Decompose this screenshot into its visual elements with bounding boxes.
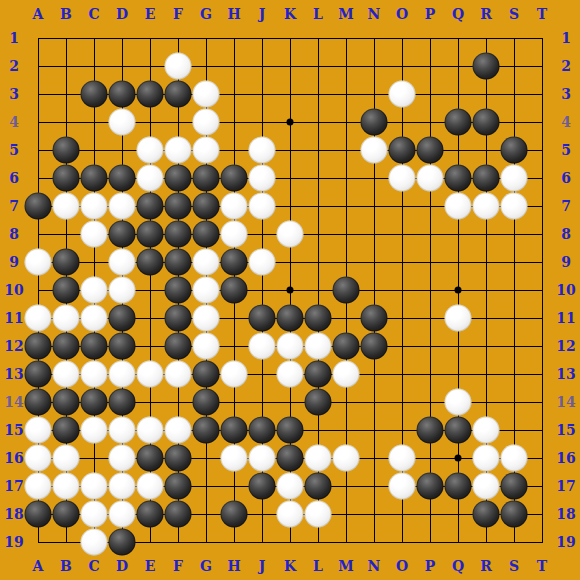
stone-white-F5[interactable] xyxy=(165,137,192,164)
col-label-top-D: D xyxy=(116,7,128,21)
stone-white-A16[interactable] xyxy=(25,445,52,472)
row-label-left-7: 7 xyxy=(9,199,19,213)
stone-white-H16[interactable] xyxy=(221,445,248,472)
stone-white-M13[interactable] xyxy=(333,361,360,388)
col-label-top-F: F xyxy=(173,7,183,21)
stone-black-Q4[interactable] xyxy=(445,109,472,136)
stone-black-A18[interactable] xyxy=(25,501,52,528)
stone-black-E7[interactable] xyxy=(137,193,164,220)
grid-vline-P xyxy=(430,38,431,543)
stone-white-D17[interactable] xyxy=(109,473,136,500)
stone-black-M10[interactable] xyxy=(333,277,360,304)
col-label-top-T: T xyxy=(537,7,547,21)
stone-black-R2[interactable] xyxy=(473,53,500,80)
stone-white-L16[interactable] xyxy=(305,445,332,472)
row-label-left-8: 8 xyxy=(9,227,19,241)
row-label-right-5: 5 xyxy=(561,143,571,157)
row-label-left-16: 16 xyxy=(4,451,23,465)
col-label-bottom-F: F xyxy=(173,559,183,573)
col-label-bottom-D: D xyxy=(116,559,128,573)
col-label-bottom-O: O xyxy=(396,559,408,573)
stone-white-K17[interactable] xyxy=(277,473,304,500)
stone-black-R6[interactable] xyxy=(473,165,500,192)
col-label-bottom-M: M xyxy=(338,559,354,573)
stone-white-A11[interactable] xyxy=(25,305,52,332)
stone-black-F16[interactable] xyxy=(165,445,192,472)
stone-white-R17[interactable] xyxy=(473,473,500,500)
stone-black-E16[interactable] xyxy=(137,445,164,472)
stone-white-C11[interactable] xyxy=(81,305,108,332)
row-label-right-8: 8 xyxy=(561,227,571,241)
stone-black-C14[interactable] xyxy=(81,389,108,416)
stone-white-D10[interactable] xyxy=(109,277,136,304)
stone-black-L11[interactable] xyxy=(305,305,332,332)
stone-white-B11[interactable] xyxy=(53,305,80,332)
col-label-top-A: A xyxy=(33,7,44,21)
col-label-top-G: G xyxy=(200,7,212,21)
stone-black-B5[interactable] xyxy=(53,137,80,164)
stone-white-D15[interactable] xyxy=(109,417,136,444)
stone-black-F12[interactable] xyxy=(165,333,192,360)
stone-white-B17[interactable] xyxy=(53,473,80,500)
stone-black-F17[interactable] xyxy=(165,473,192,500)
row-label-left-18: 18 xyxy=(4,507,23,521)
stone-black-B6[interactable] xyxy=(53,165,80,192)
stone-white-G11[interactable] xyxy=(193,305,220,332)
stone-white-B16[interactable] xyxy=(53,445,80,472)
stone-white-D7[interactable] xyxy=(109,193,136,220)
row-label-right-6: 6 xyxy=(561,171,571,185)
stone-black-G15[interactable] xyxy=(193,417,220,444)
stone-white-C13[interactable] xyxy=(81,361,108,388)
stone-white-C7[interactable] xyxy=(81,193,108,220)
star-point-Q16 xyxy=(455,455,462,462)
stone-black-G14[interactable] xyxy=(193,389,220,416)
stone-black-R4[interactable] xyxy=(473,109,500,136)
stone-black-E18[interactable] xyxy=(137,501,164,528)
col-label-bottom-Q: Q xyxy=(452,559,464,573)
stone-white-G3[interactable] xyxy=(193,81,220,108)
stone-white-P6[interactable] xyxy=(417,165,444,192)
stone-white-C19[interactable] xyxy=(81,529,108,556)
stone-black-N4[interactable] xyxy=(361,109,388,136)
row-label-right-12: 12 xyxy=(556,339,575,353)
stone-white-H7[interactable] xyxy=(221,193,248,220)
stone-black-G8[interactable] xyxy=(193,221,220,248)
col-label-bottom-L: L xyxy=(313,559,323,573)
stone-black-E9[interactable] xyxy=(137,249,164,276)
stone-black-R18[interactable] xyxy=(473,501,500,528)
star-point-Q10 xyxy=(455,287,462,294)
row-label-left-19: 19 xyxy=(4,535,23,549)
stone-white-N5[interactable] xyxy=(361,137,388,164)
stone-white-Q11[interactable] xyxy=(445,305,472,332)
col-label-top-Q: Q xyxy=(452,7,464,21)
col-label-bottom-T: T xyxy=(537,559,547,573)
stone-white-J7[interactable] xyxy=(249,193,276,220)
stone-black-S5[interactable] xyxy=(501,137,528,164)
stone-white-E15[interactable] xyxy=(137,417,164,444)
stone-black-F9[interactable] xyxy=(165,249,192,276)
stone-white-B13[interactable] xyxy=(53,361,80,388)
stone-black-H9[interactable] xyxy=(221,249,248,276)
col-label-top-B: B xyxy=(60,7,72,21)
stone-white-E6[interactable] xyxy=(137,165,164,192)
stone-white-G12[interactable] xyxy=(193,333,220,360)
col-label-bottom-S: S xyxy=(509,559,519,573)
stone-black-F6[interactable] xyxy=(165,165,192,192)
row-label-left-9: 9 xyxy=(9,255,19,269)
stone-black-K11[interactable] xyxy=(277,305,304,332)
stone-white-C10[interactable] xyxy=(81,277,108,304)
stone-black-P17[interactable] xyxy=(417,473,444,500)
stone-white-J5[interactable] xyxy=(249,137,276,164)
stone-black-G13[interactable] xyxy=(193,361,220,388)
stone-white-C15[interactable] xyxy=(81,417,108,444)
stone-black-L13[interactable] xyxy=(305,361,332,388)
stone-black-B9[interactable] xyxy=(53,249,80,276)
row-label-right-18: 18 xyxy=(556,507,575,521)
stone-black-S17[interactable] xyxy=(501,473,528,500)
stone-black-B18[interactable] xyxy=(53,501,80,528)
stone-white-B7[interactable] xyxy=(53,193,80,220)
stone-white-A9[interactable] xyxy=(25,249,52,276)
stone-white-J12[interactable] xyxy=(249,333,276,360)
stone-black-E8[interactable] xyxy=(137,221,164,248)
row-label-left-11: 11 xyxy=(4,311,23,325)
col-label-top-J: J xyxy=(259,7,266,21)
col-label-top-E: E xyxy=(145,7,156,21)
stone-white-R15[interactable] xyxy=(473,417,500,444)
row-label-left-15: 15 xyxy=(4,423,23,437)
row-label-left-5: 5 xyxy=(9,143,19,157)
row-label-right-1: 1 xyxy=(561,31,571,45)
col-label-bottom-B: B xyxy=(60,559,72,573)
stone-white-L12[interactable] xyxy=(305,333,332,360)
stone-black-O5[interactable] xyxy=(389,137,416,164)
stone-white-A15[interactable] xyxy=(25,417,52,444)
stone-white-D4[interactable] xyxy=(109,109,136,136)
stone-black-D6[interactable] xyxy=(109,165,136,192)
stone-black-L17[interactable] xyxy=(305,473,332,500)
col-label-top-R: R xyxy=(480,7,492,21)
star-point-K10 xyxy=(287,287,294,294)
col-label-bottom-R: R xyxy=(480,559,492,573)
stone-black-B14[interactable] xyxy=(53,389,80,416)
stone-black-D14[interactable] xyxy=(109,389,136,416)
col-label-bottom-K: K xyxy=(284,559,296,573)
stone-white-J9[interactable] xyxy=(249,249,276,276)
stone-black-C6[interactable] xyxy=(81,165,108,192)
col-label-top-S: S xyxy=(509,7,519,21)
stone-black-H6[interactable] xyxy=(221,165,248,192)
row-label-left-2: 2 xyxy=(9,59,19,73)
row-label-left-12: 12 xyxy=(4,339,23,353)
star-point-K4 xyxy=(287,119,294,126)
stone-white-S7[interactable] xyxy=(501,193,528,220)
col-label-top-O: O xyxy=(396,7,408,21)
stone-white-A17[interactable] xyxy=(25,473,52,500)
stone-black-G6[interactable] xyxy=(193,165,220,192)
row-label-right-16: 16 xyxy=(556,451,575,465)
stone-white-K13[interactable] xyxy=(277,361,304,388)
row-label-left-4: 4 xyxy=(9,115,19,129)
stone-white-D13[interactable] xyxy=(109,361,136,388)
row-label-right-15: 15 xyxy=(556,423,575,437)
stone-white-E13[interactable] xyxy=(137,361,164,388)
stone-white-F13[interactable] xyxy=(165,361,192,388)
stone-black-Q6[interactable] xyxy=(445,165,472,192)
col-label-bottom-H: H xyxy=(227,559,240,573)
stone-black-C12[interactable] xyxy=(81,333,108,360)
stone-black-D11[interactable] xyxy=(109,305,136,332)
stone-white-O6[interactable] xyxy=(389,165,416,192)
stone-white-E5[interactable] xyxy=(137,137,164,164)
stone-black-H10[interactable] xyxy=(221,277,248,304)
stone-white-E17[interactable] xyxy=(137,473,164,500)
col-label-bottom-A: A xyxy=(33,559,44,573)
stone-white-S6[interactable] xyxy=(501,165,528,192)
col-label-top-C: C xyxy=(88,7,99,21)
col-label-bottom-P: P xyxy=(425,559,436,573)
stone-white-L18[interactable] xyxy=(305,501,332,528)
stone-black-B15[interactable] xyxy=(53,417,80,444)
stone-black-N11[interactable] xyxy=(361,305,388,332)
row-label-right-9: 9 xyxy=(561,255,571,269)
row-label-right-14: 14 xyxy=(556,395,575,409)
stone-white-R16[interactable] xyxy=(473,445,500,472)
stone-black-G7[interactable] xyxy=(193,193,220,220)
stone-white-Q7[interactable] xyxy=(445,193,472,220)
stone-black-F8[interactable] xyxy=(165,221,192,248)
stone-black-N12[interactable] xyxy=(361,333,388,360)
go-board[interactable]: AA11BB22CC33DD44EE55FF66GG77HH88JJ99KK10… xyxy=(0,0,580,580)
row-label-right-7: 7 xyxy=(561,199,571,213)
stone-white-K12[interactable] xyxy=(277,333,304,360)
row-label-left-1: 1 xyxy=(9,31,19,45)
row-label-right-11: 11 xyxy=(556,311,575,325)
stone-white-F15[interactable] xyxy=(165,417,192,444)
row-label-right-10: 10 xyxy=(556,283,575,297)
stone-black-F18[interactable] xyxy=(165,501,192,528)
row-label-left-10: 10 xyxy=(4,283,23,297)
stone-white-J6[interactable] xyxy=(249,165,276,192)
stone-black-B12[interactable] xyxy=(53,333,80,360)
col-label-bottom-N: N xyxy=(368,559,381,573)
col-label-bottom-E: E xyxy=(145,559,156,573)
stone-white-G10[interactable] xyxy=(193,277,220,304)
stone-black-L14[interactable] xyxy=(305,389,332,416)
stone-black-K16[interactable] xyxy=(277,445,304,472)
col-label-bottom-G: G xyxy=(200,559,212,573)
row-label-right-13: 13 xyxy=(556,367,575,381)
stone-black-D8[interactable] xyxy=(109,221,136,248)
col-label-top-L: L xyxy=(313,7,323,21)
stone-white-D18[interactable] xyxy=(109,501,136,528)
stone-white-C17[interactable] xyxy=(81,473,108,500)
col-label-top-K: K xyxy=(284,7,296,21)
col-label-top-M: M xyxy=(338,7,354,21)
stone-white-G5[interactable] xyxy=(193,137,220,164)
col-label-bottom-C: C xyxy=(88,559,99,573)
stone-black-C3[interactable] xyxy=(81,81,108,108)
row-label-right-2: 2 xyxy=(561,59,571,73)
stone-white-O3[interactable] xyxy=(389,81,416,108)
col-label-top-P: P xyxy=(425,7,436,21)
stone-black-F10[interactable] xyxy=(165,277,192,304)
stone-white-H13[interactable] xyxy=(221,361,248,388)
stone-black-H15[interactable] xyxy=(221,417,248,444)
stone-black-Q17[interactable] xyxy=(445,473,472,500)
col-label-bottom-J: J xyxy=(259,559,266,573)
stone-white-F2[interactable] xyxy=(165,53,192,80)
stone-white-K18[interactable] xyxy=(277,501,304,528)
stone-black-J11[interactable] xyxy=(249,305,276,332)
stone-white-O17[interactable] xyxy=(389,473,416,500)
stone-black-S18[interactable] xyxy=(501,501,528,528)
stone-black-D12[interactable] xyxy=(109,333,136,360)
stone-white-G9[interactable] xyxy=(193,249,220,276)
row-label-left-17: 17 xyxy=(4,479,23,493)
row-label-right-19: 19 xyxy=(556,535,575,549)
row-label-right-4: 4 xyxy=(561,115,571,129)
stone-black-D19[interactable] xyxy=(109,529,136,556)
stone-black-F7[interactable] xyxy=(165,193,192,220)
col-label-top-H: H xyxy=(227,7,240,21)
stone-white-S16[interactable] xyxy=(501,445,528,472)
stone-white-J16[interactable] xyxy=(249,445,276,472)
stone-white-H8[interactable] xyxy=(221,221,248,248)
stone-black-A13[interactable] xyxy=(25,361,52,388)
stone-white-K8[interactable] xyxy=(277,221,304,248)
grid-vline-T xyxy=(542,38,543,543)
stone-white-R7[interactable] xyxy=(473,193,500,220)
row-label-left-3: 3 xyxy=(9,87,19,101)
stone-black-F11[interactable] xyxy=(165,305,192,332)
stone-black-P15[interactable] xyxy=(417,417,444,444)
stone-white-D16[interactable] xyxy=(109,445,136,472)
row-label-left-6: 6 xyxy=(9,171,19,185)
stone-black-D3[interactable] xyxy=(109,81,136,108)
stone-black-B10[interactable] xyxy=(53,277,80,304)
stone-black-A7[interactable] xyxy=(25,193,52,220)
stone-black-F3[interactable] xyxy=(165,81,192,108)
stone-white-C8[interactable] xyxy=(81,221,108,248)
stone-black-A12[interactable] xyxy=(25,333,52,360)
stone-white-G4[interactable] xyxy=(193,109,220,136)
stone-black-M12[interactable] xyxy=(333,333,360,360)
stone-white-M16[interactable] xyxy=(333,445,360,472)
stone-black-A14[interactable] xyxy=(25,389,52,416)
stone-black-J15[interactable] xyxy=(249,417,276,444)
row-label-left-14: 14 xyxy=(4,395,23,409)
row-label-right-17: 17 xyxy=(556,479,575,493)
stone-white-O16[interactable] xyxy=(389,445,416,472)
stone-black-P5[interactable] xyxy=(417,137,444,164)
row-label-right-3: 3 xyxy=(561,87,571,101)
stone-black-K15[interactable] xyxy=(277,417,304,444)
stone-black-H18[interactable] xyxy=(221,501,248,528)
row-label-left-13: 13 xyxy=(4,367,23,381)
stone-black-J17[interactable] xyxy=(249,473,276,500)
stone-white-D9[interactable] xyxy=(109,249,136,276)
stone-black-Q15[interactable] xyxy=(445,417,472,444)
stone-black-E3[interactable] xyxy=(137,81,164,108)
stone-white-Q14[interactable] xyxy=(445,389,472,416)
col-label-top-N: N xyxy=(368,7,381,21)
stone-white-C18[interactable] xyxy=(81,501,108,528)
